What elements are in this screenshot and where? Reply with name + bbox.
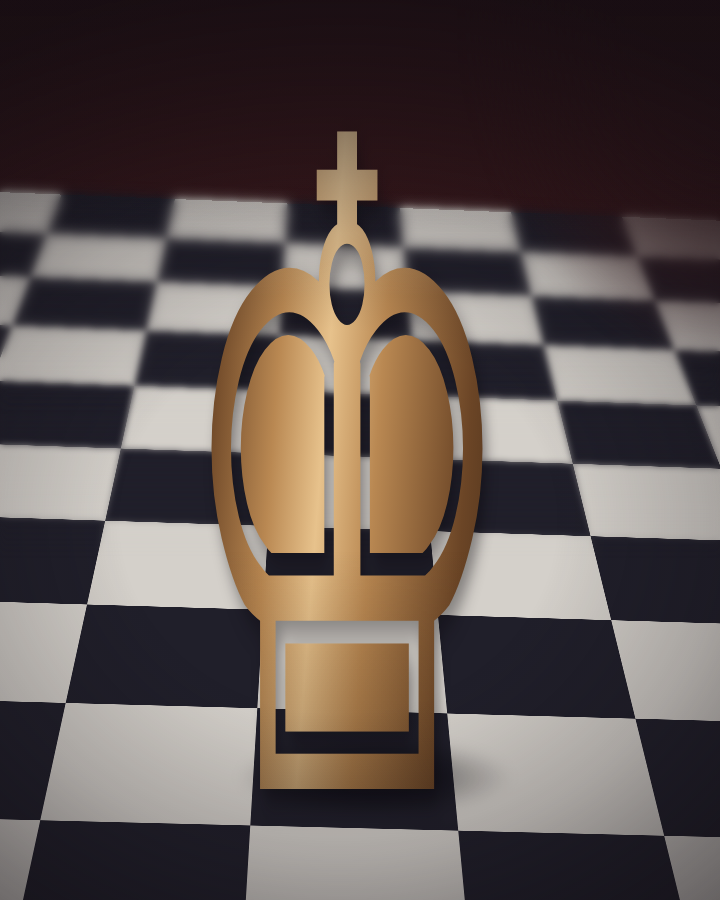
board-square-light: [417, 396, 573, 464]
board-square-dark: [9, 820, 250, 900]
board-square-dark: [0, 381, 134, 449]
board-square-dark: [0, 321, 12, 381]
board-square-dark: [532, 296, 675, 350]
board-square-dark: [423, 459, 590, 537]
board-square-dark: [66, 604, 264, 708]
board-square-dark: [0, 698, 66, 821]
board-square-light: [0, 443, 121, 520]
board-square-dark: [423, 459, 590, 537]
board-square-dark: [458, 831, 699, 900]
board-square-dark: [280, 286, 412, 340]
board-square-light: [0, 815, 40, 900]
board-square-dark: [250, 708, 458, 830]
board-square-light: [268, 454, 430, 531]
board-square-dark: [0, 515, 105, 604]
board-square-light: [0, 190, 62, 233]
board-square-dark: [635, 719, 720, 841]
board-square-light: [0, 326, 146, 386]
board-square-light: [521, 252, 655, 301]
board-square-light: [622, 217, 720, 261]
board-square-light: [417, 396, 573, 464]
board-square-dark: [9, 820, 250, 900]
background-top-right: [470, 0, 720, 360]
board-square-light: [283, 243, 408, 291]
board-square-light: [0, 599, 87, 703]
board-square-light: [573, 464, 720, 542]
board-square-dark: [0, 321, 12, 381]
board-square-light: [400, 208, 521, 252]
board-square-dark: [285, 204, 403, 248]
board-square-light: [242, 825, 472, 900]
board-square-dark: [438, 615, 635, 719]
board-square-light: [31, 233, 167, 281]
board-square-dark: [47, 195, 175, 239]
board-square-light: [242, 825, 472, 900]
board-square-light: [696, 405, 720, 473]
board-square-light: [283, 243, 408, 291]
board-square-dark: [105, 449, 272, 526]
board-square-dark: [635, 719, 720, 841]
board-square-light: [268, 454, 430, 531]
board-square-dark: [591, 536, 720, 625]
board-square-light: [611, 620, 720, 724]
board-square-light: [611, 620, 720, 724]
board-square-light: [0, 272, 31, 325]
board-square-light: [664, 836, 720, 900]
board-square-light: [0, 599, 87, 703]
board-square-light: [521, 252, 655, 301]
king-glyph: ♚: [154, 28, 541, 900]
board-square-dark: [0, 229, 47, 277]
board-square-light: [40, 703, 257, 826]
board-square-light: [146, 282, 282, 336]
board-square-light: [407, 291, 543, 345]
board-square-dark: [0, 381, 134, 449]
board-square-light: [87, 521, 268, 610]
board-square-light: [40, 703, 257, 826]
board-square-dark: [0, 698, 66, 821]
board-square-dark: [105, 449, 272, 526]
board-square-dark: [273, 391, 424, 459]
board-square-dark: [412, 340, 557, 400]
piece-shadow: [240, 740, 510, 814]
board-square-dark: [412, 340, 557, 400]
board-square-dark: [134, 331, 279, 391]
board-square-light: [31, 233, 167, 281]
board-square-dark: [0, 698, 66, 821]
board-square-light: [655, 300, 720, 354]
board-square-light: [0, 326, 146, 386]
board-square-dark: [285, 204, 403, 248]
board-square-light: [87, 521, 268, 610]
board-square-dark: [591, 536, 720, 625]
board-square-dark: [263, 526, 438, 615]
board-square-dark: [638, 256, 720, 305]
chessboard-grid: [0, 186, 720, 900]
board-square-light: [447, 713, 664, 835]
board-square-light: [400, 208, 521, 252]
board-square-light: [146, 282, 282, 336]
board-square-light: [0, 443, 121, 520]
board-square-light: [257, 610, 447, 714]
board-square-light: [268, 454, 430, 531]
board-square-dark: [674, 350, 720, 411]
board-square-light: [622, 217, 720, 261]
board-square-light: [655, 300, 720, 354]
board-square-light: [696, 405, 720, 473]
board-square-light: [0, 190, 62, 233]
board-square-light: [121, 386, 277, 454]
board-square-light: [447, 713, 664, 835]
board-square-dark: [263, 526, 438, 615]
board-square-dark: [9, 820, 250, 900]
board-square-light: [611, 620, 720, 724]
board-square-dark: [0, 381, 134, 449]
board-square-light: [0, 815, 40, 900]
board-square-dark: [157, 238, 285, 286]
board-square-light: [430, 531, 611, 620]
board-square-light: [276, 335, 417, 395]
board-square-light: [447, 713, 664, 835]
board-square-light: [696, 405, 720, 473]
board-square-dark: [0, 515, 105, 604]
white-king-piece: ♚: [154, 28, 541, 900]
board-square-dark: [532, 296, 675, 350]
board-square-dark: [12, 277, 157, 331]
board-square-dark: [638, 256, 720, 305]
board-square-light: [276, 335, 417, 395]
board-square-light: [31, 233, 167, 281]
chessboard-blur-far: [0, 0, 720, 900]
board-square-dark: [0, 229, 47, 277]
board-square-dark: [557, 401, 720, 469]
board-square-dark: [47, 195, 175, 239]
board-square-dark: [66, 604, 264, 708]
board-square-dark: [280, 286, 412, 340]
board-square-dark: [12, 277, 157, 331]
board-square-dark: [438, 615, 635, 719]
chessboard: [0, 0, 720, 900]
board-square-dark: [412, 340, 557, 400]
board-square-dark: [674, 350, 720, 411]
board-square-dark: [635, 719, 720, 841]
board-square-light: [407, 291, 543, 345]
board-square-light: [146, 282, 282, 336]
board-square-light: [573, 464, 720, 542]
board-square-dark: [134, 331, 279, 391]
board-square-light: [166, 199, 287, 243]
board-square-dark: [438, 615, 635, 719]
board-square-dark: [263, 526, 438, 615]
board-square-light: [0, 815, 40, 900]
board-square-dark: [273, 391, 424, 459]
board-square-dark: [285, 204, 403, 248]
board-square-light: [121, 386, 277, 454]
board-square-light: [0, 326, 146, 386]
board-square-dark: [458, 831, 699, 900]
board-square-light: [664, 836, 720, 900]
board-square-light: [283, 243, 408, 291]
board-square-dark: [403, 247, 531, 295]
board-square-light: [655, 300, 720, 354]
board-square-light: [407, 291, 543, 345]
board-square-light: [417, 396, 573, 464]
board-square-light: [664, 836, 720, 900]
board-square-light: [544, 345, 697, 405]
board-square-light: [0, 599, 87, 703]
board-square-light: [521, 252, 655, 301]
board-square-light: [242, 825, 472, 900]
vignette-overlay: [0, 0, 720, 900]
board-square-dark: [0, 229, 47, 277]
board-square-light: [87, 521, 268, 610]
board-square-light: [166, 199, 287, 243]
board-square-light: [430, 531, 611, 620]
board-square-dark: [511, 212, 637, 256]
board-square-dark: [273, 391, 424, 459]
board-square-dark: [532, 296, 675, 350]
chess-photo-scene: ♚: [0, 0, 720, 900]
board-square-light: [544, 345, 697, 405]
board-square-dark: [105, 449, 272, 526]
board-square-dark: [423, 459, 590, 537]
board-square-dark: [403, 247, 531, 295]
board-square-light: [40, 703, 257, 826]
board-square-dark: [557, 401, 720, 469]
board-square-dark: [250, 708, 458, 830]
board-square-light: [0, 190, 62, 233]
board-square-light: [573, 464, 720, 542]
board-square-dark: [157, 238, 285, 286]
board-square-dark: [674, 350, 720, 411]
board-square-light: [257, 610, 447, 714]
board-square-dark: [511, 212, 637, 256]
board-square-dark: [557, 401, 720, 469]
board-square-light: [544, 345, 697, 405]
board-square-light: [400, 208, 521, 252]
board-square-light: [121, 386, 277, 454]
board-square-light: [430, 531, 611, 620]
board-square-light: [622, 217, 720, 261]
board-square-dark: [458, 831, 699, 900]
board-square-light: [0, 272, 31, 325]
board-square-dark: [12, 277, 157, 331]
board-square-dark: [0, 515, 105, 604]
board-square-dark: [591, 536, 720, 625]
board-square-light: [166, 199, 287, 243]
board-square-dark: [280, 286, 412, 340]
board-square-dark: [250, 708, 458, 830]
board-square-dark: [134, 331, 279, 391]
board-square-dark: [47, 195, 175, 239]
board-square-dark: [157, 238, 285, 286]
board-square-light: [0, 443, 121, 520]
board-square-light: [276, 335, 417, 395]
board-square-dark: [403, 247, 531, 295]
board-square-dark: [638, 256, 720, 305]
board-square-dark: [66, 604, 264, 708]
board-square-light: [0, 272, 31, 325]
board-square-dark: [0, 321, 12, 381]
board-square-light: [257, 610, 447, 714]
chessboard-blur-mid: [0, 0, 720, 900]
board-square-dark: [511, 212, 637, 256]
